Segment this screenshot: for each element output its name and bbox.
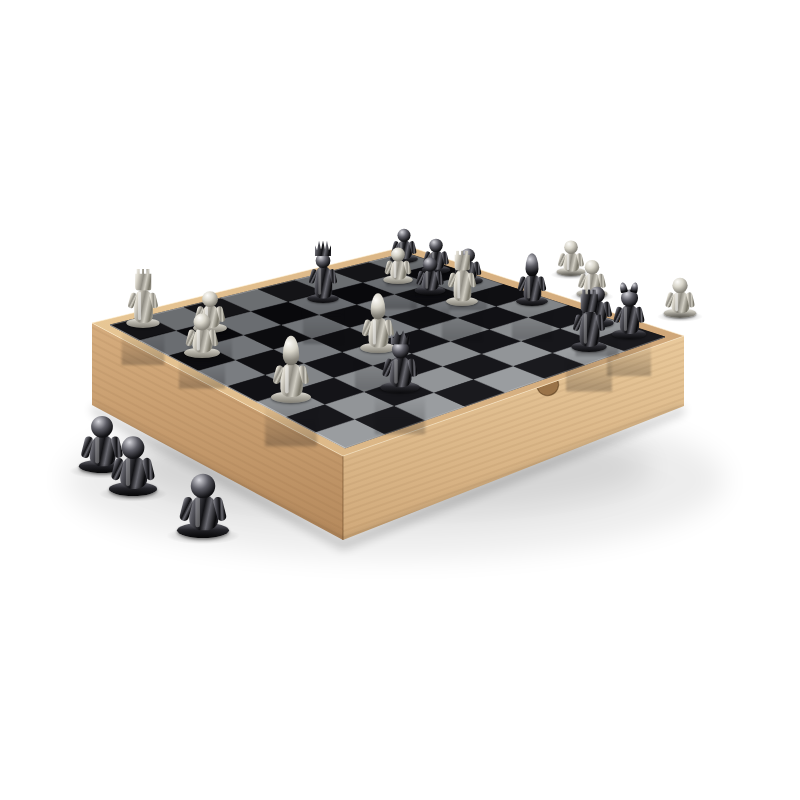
- piece-egg: [526, 253, 539, 276]
- glass-reflection: [179, 358, 226, 388]
- board-piece-silver-bishop-2: [265, 333, 317, 404]
- floor-shadow-ellipse: [99, 486, 167, 502]
- board-piece-silver-rook-1: [122, 267, 165, 328]
- piece-head: [194, 314, 211, 331]
- piece-head: [202, 291, 218, 307]
- glass-reflection: [265, 403, 317, 447]
- glass-reflection: [374, 393, 425, 434]
- board-piece-silver-pawn-3: [179, 309, 226, 358]
- piece-egg: [283, 336, 300, 365]
- piece-head: [397, 229, 410, 242]
- piece-turret: [580, 289, 598, 312]
- pieces-layer: [0, 0, 800, 800]
- piece-earR: [630, 281, 639, 292]
- piece-head: [672, 278, 687, 293]
- piece-head: [423, 257, 437, 271]
- piece-egg: [370, 293, 385, 319]
- piece-crownK: [390, 329, 410, 344]
- offboard-piece-dark-pawn-8: [169, 468, 236, 538]
- board-piece-dark-queen-1: [303, 237, 343, 303]
- piece-earL: [619, 281, 628, 292]
- piece-head: [585, 260, 599, 274]
- floor-shadow-ellipse: [166, 527, 239, 544]
- chess-set-photo: [0, 0, 800, 800]
- board-piece-dark-king-1: [374, 326, 425, 393]
- board-piece-dark-rook-1: [566, 287, 612, 352]
- offboard-piece-dark-pawn-7: [102, 431, 164, 496]
- board-piece-dark-knight-1: [607, 278, 651, 339]
- piece-head: [564, 240, 578, 254]
- offboard-piece-silver-pawn-6: [659, 274, 701, 318]
- piece-head: [429, 238, 442, 251]
- board-piece-silver-rook-2: [441, 249, 482, 306]
- glass-reflection: [441, 306, 482, 342]
- piece-head: [191, 474, 215, 498]
- piece-head: [391, 247, 405, 261]
- piece-head: [122, 436, 145, 459]
- glass-reflection: [512, 306, 553, 340]
- piece-turret: [454, 251, 470, 271]
- piece-turret: [135, 269, 152, 291]
- glass-reflection: [566, 352, 612, 392]
- glass-reflection: [607, 339, 651, 377]
- floor-shadow-ellipse: [657, 311, 703, 322]
- piece-crownQ: [315, 241, 332, 257]
- board-piece-dark-bishop-1: [512, 251, 553, 307]
- glass-reflection: [122, 328, 165, 366]
